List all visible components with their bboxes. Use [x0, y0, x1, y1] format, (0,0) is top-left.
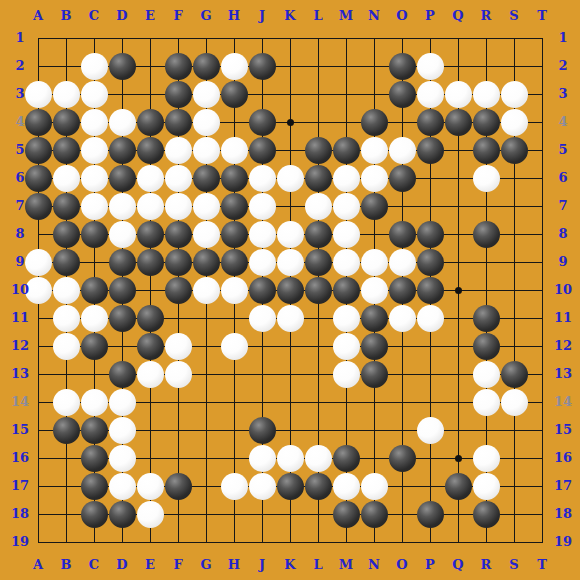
black-stone-e4: ● — [137, 109, 164, 136]
black-stone-p4: ● — [417, 109, 444, 136]
black-stone-r18: ● — [473, 501, 500, 528]
white-stone-p15: ○ — [417, 417, 444, 444]
black-stone-b9: ● — [53, 249, 80, 276]
col-label-top-s: S — [500, 8, 528, 24]
black-stone-o10: ● — [389, 277, 416, 304]
black-stone-g9: ● — [193, 249, 220, 276]
row-label-right-18: 18 — [550, 506, 576, 522]
white-stone-h17: ○ — [221, 473, 248, 500]
black-stone-l17: ● — [305, 473, 332, 500]
black-stone-n12: ● — [361, 333, 388, 360]
black-stone-h3: ● — [221, 81, 248, 108]
black-stone-e11: ● — [137, 305, 164, 332]
col-label-top-p: P — [416, 8, 444, 24]
col-label-bottom-l: L — [304, 557, 332, 573]
white-stone-o9: ○ — [389, 249, 416, 276]
go-board-screenshot: ○●●●○●●○○○○●○●●○○○○●●○○●●○●●●●●○●●○●●○○○… — [0, 0, 580, 580]
row-label-left-16: 16 — [7, 450, 33, 466]
black-stone-p18: ● — [417, 501, 444, 528]
white-stone-l7: ○ — [305, 193, 332, 220]
white-stone-m9: ○ — [333, 249, 360, 276]
black-stone-h7: ● — [221, 193, 248, 220]
col-label-top-b: B — [52, 8, 80, 24]
black-stone-d10: ● — [109, 277, 136, 304]
white-stone-d15: ○ — [109, 417, 136, 444]
col-label-bottom-r: R — [472, 557, 500, 573]
row-label-left-7: 7 — [7, 198, 33, 214]
white-stone-n10: ○ — [361, 277, 388, 304]
row-label-left-18: 18 — [7, 506, 33, 522]
col-label-top-e: E — [136, 8, 164, 24]
row-label-left-14: 14 — [7, 394, 33, 410]
white-stone-c11: ○ — [81, 305, 108, 332]
black-stone-f3: ● — [165, 81, 192, 108]
col-label-top-d: D — [108, 8, 136, 24]
black-stone-f4: ● — [165, 109, 192, 136]
black-stone-f17: ● — [165, 473, 192, 500]
black-stone-p9: ● — [417, 249, 444, 276]
black-stone-m18: ● — [333, 501, 360, 528]
black-stone-c18: ● — [81, 501, 108, 528]
black-stone-c17: ● — [81, 473, 108, 500]
col-label-top-h: H — [220, 8, 248, 24]
white-stone-b12: ○ — [53, 333, 80, 360]
white-stone-j8: ○ — [249, 221, 276, 248]
black-stone-n7: ● — [361, 193, 388, 220]
row-label-right-6: 6 — [550, 170, 576, 186]
white-stone-e7: ○ — [137, 193, 164, 220]
col-label-bottom-o: O — [388, 557, 416, 573]
black-stone-n11: ● — [361, 305, 388, 332]
star-point-q16 — [455, 455, 462, 462]
black-stone-h9: ● — [221, 249, 248, 276]
black-stone-b7: ● — [53, 193, 80, 220]
white-stone-b3: ○ — [53, 81, 80, 108]
row-label-left-5: 5 — [7, 142, 33, 158]
black-stone-l6: ● — [305, 165, 332, 192]
row-label-left-1: 1 — [7, 30, 33, 46]
col-label-top-k: K — [276, 8, 304, 24]
row-label-right-13: 13 — [550, 366, 576, 382]
white-stone-g7: ○ — [193, 193, 220, 220]
row-label-right-12: 12 — [550, 338, 576, 354]
black-stone-e5: ● — [137, 137, 164, 164]
black-stone-p5: ● — [417, 137, 444, 164]
col-label-bottom-p: P — [416, 557, 444, 573]
white-stone-j17: ○ — [249, 473, 276, 500]
col-label-bottom-a: A — [24, 557, 52, 573]
row-label-left-12: 12 — [7, 338, 33, 354]
col-label-bottom-f: F — [164, 557, 192, 573]
white-stone-p11: ○ — [417, 305, 444, 332]
white-stone-e17: ○ — [137, 473, 164, 500]
row-label-right-16: 16 — [550, 450, 576, 466]
black-stone-n13: ● — [361, 361, 388, 388]
white-stone-k11: ○ — [277, 305, 304, 332]
row-label-right-11: 11 — [550, 310, 576, 326]
star-point-k4 — [287, 119, 294, 126]
white-stone-r3: ○ — [473, 81, 500, 108]
col-label-top-a: A — [24, 8, 52, 24]
black-stone-k10: ● — [277, 277, 304, 304]
col-label-bottom-j: J — [248, 557, 276, 573]
black-stone-q4: ● — [445, 109, 472, 136]
black-stone-j10: ● — [249, 277, 276, 304]
white-stone-j11: ○ — [249, 305, 276, 332]
black-stone-s13: ● — [501, 361, 528, 388]
black-stone-h8: ● — [221, 221, 248, 248]
row-label-right-2: 2 — [550, 58, 576, 74]
black-stone-b5: ● — [53, 137, 80, 164]
black-stone-f9: ● — [165, 249, 192, 276]
white-stone-m13: ○ — [333, 361, 360, 388]
row-label-left-15: 15 — [7, 422, 33, 438]
white-stone-d4: ○ — [109, 109, 136, 136]
black-stone-p10: ● — [417, 277, 444, 304]
col-label-top-c: C — [80, 8, 108, 24]
white-stone-m12: ○ — [333, 333, 360, 360]
col-label-bottom-c: C — [80, 557, 108, 573]
col-label-top-r: R — [472, 8, 500, 24]
col-label-top-f: F — [164, 8, 192, 24]
row-label-left-3: 3 — [7, 86, 33, 102]
col-label-bottom-e: E — [136, 557, 164, 573]
black-stone-d9: ● — [109, 249, 136, 276]
black-stone-g6: ● — [193, 165, 220, 192]
black-stone-m16: ● — [333, 445, 360, 472]
black-stone-l8: ● — [305, 221, 332, 248]
white-stone-p3: ○ — [417, 81, 444, 108]
col-label-top-n: N — [360, 8, 388, 24]
white-stone-m17: ○ — [333, 473, 360, 500]
white-stone-g4: ○ — [193, 109, 220, 136]
col-label-top-j: J — [248, 8, 276, 24]
white-stone-k8: ○ — [277, 221, 304, 248]
black-stone-b8: ● — [53, 221, 80, 248]
black-stone-j2: ● — [249, 53, 276, 80]
col-label-bottom-k: K — [276, 557, 304, 573]
white-stone-e6: ○ — [137, 165, 164, 192]
black-stone-c16: ● — [81, 445, 108, 472]
black-stone-k17: ● — [277, 473, 304, 500]
black-stone-e12: ● — [137, 333, 164, 360]
row-label-left-9: 9 — [7, 254, 33, 270]
black-stone-l5: ● — [305, 137, 332, 164]
white-stone-h5: ○ — [221, 137, 248, 164]
black-stone-r5: ● — [473, 137, 500, 164]
black-stone-e9: ● — [137, 249, 164, 276]
row-label-right-8: 8 — [550, 226, 576, 242]
row-label-right-17: 17 — [550, 478, 576, 494]
white-stone-b11: ○ — [53, 305, 80, 332]
col-label-bottom-s: S — [500, 557, 528, 573]
row-label-left-19: 19 — [7, 534, 33, 550]
white-stone-n5: ○ — [361, 137, 388, 164]
black-stone-r12: ● — [473, 333, 500, 360]
white-stone-d7: ○ — [109, 193, 136, 220]
col-label-bottom-d: D — [108, 557, 136, 573]
white-stone-f6: ○ — [165, 165, 192, 192]
row-label-left-11: 11 — [7, 310, 33, 326]
white-stone-e18: ○ — [137, 501, 164, 528]
white-stone-s14: ○ — [501, 389, 528, 416]
black-stone-o6: ● — [389, 165, 416, 192]
black-stone-r4: ● — [473, 109, 500, 136]
black-stone-q17: ● — [445, 473, 472, 500]
row-label-left-6: 6 — [7, 170, 33, 186]
white-stone-k6: ○ — [277, 165, 304, 192]
black-stone-l10: ● — [305, 277, 332, 304]
black-stone-b15: ● — [53, 417, 80, 444]
row-label-right-15: 15 — [550, 422, 576, 438]
star-point-q10 — [455, 287, 462, 294]
white-stone-e13: ○ — [137, 361, 164, 388]
white-stone-l16: ○ — [305, 445, 332, 472]
row-label-right-19: 19 — [550, 534, 576, 550]
white-stone-c6: ○ — [81, 165, 108, 192]
white-stone-h12: ○ — [221, 333, 248, 360]
white-stone-g10: ○ — [193, 277, 220, 304]
col-label-top-l: L — [304, 8, 332, 24]
white-stone-o5: ○ — [389, 137, 416, 164]
black-stone-o2: ● — [389, 53, 416, 80]
white-stone-o11: ○ — [389, 305, 416, 332]
white-stone-j7: ○ — [249, 193, 276, 220]
row-label-right-7: 7 — [550, 198, 576, 214]
white-stone-c3: ○ — [81, 81, 108, 108]
col-label-bottom-h: H — [220, 557, 248, 573]
white-stone-c5: ○ — [81, 137, 108, 164]
white-stone-r13: ○ — [473, 361, 500, 388]
black-stone-f10: ● — [165, 277, 192, 304]
row-label-left-8: 8 — [7, 226, 33, 242]
black-stone-e8: ● — [137, 221, 164, 248]
white-stone-d16: ○ — [109, 445, 136, 472]
white-stone-n17: ○ — [361, 473, 388, 500]
white-stone-j9: ○ — [249, 249, 276, 276]
black-stone-h6: ● — [221, 165, 248, 192]
white-stone-d14: ○ — [109, 389, 136, 416]
white-stone-r6: ○ — [473, 165, 500, 192]
white-stone-b14: ○ — [53, 389, 80, 416]
col-label-bottom-g: G — [192, 557, 220, 573]
black-stone-c12: ● — [81, 333, 108, 360]
white-stone-f13: ○ — [165, 361, 192, 388]
white-stone-m6: ○ — [333, 165, 360, 192]
black-stone-d18: ● — [109, 501, 136, 528]
white-stone-n6: ○ — [361, 165, 388, 192]
black-stone-m5: ● — [333, 137, 360, 164]
row-label-right-10: 10 — [550, 282, 576, 298]
white-stone-j6: ○ — [249, 165, 276, 192]
col-label-top-t: T — [528, 8, 556, 24]
col-label-bottom-m: M — [332, 557, 360, 573]
black-stone-m10: ● — [333, 277, 360, 304]
black-stone-o16: ● — [389, 445, 416, 472]
white-stone-g3: ○ — [193, 81, 220, 108]
col-label-bottom-q: Q — [444, 557, 472, 573]
black-stone-d2: ● — [109, 53, 136, 80]
black-stone-o8: ● — [389, 221, 416, 248]
black-stone-b4: ● — [53, 109, 80, 136]
row-label-right-14: 14 — [550, 394, 576, 410]
white-stone-c7: ○ — [81, 193, 108, 220]
black-stone-p8: ● — [417, 221, 444, 248]
white-stone-h10: ○ — [221, 277, 248, 304]
white-stone-k16: ○ — [277, 445, 304, 472]
col-label-top-q: Q — [444, 8, 472, 24]
black-stone-f2: ● — [165, 53, 192, 80]
row-label-left-17: 17 — [7, 478, 33, 494]
black-stone-f8: ● — [165, 221, 192, 248]
black-stone-j5: ● — [249, 137, 276, 164]
white-stone-k9: ○ — [277, 249, 304, 276]
white-stone-c14: ○ — [81, 389, 108, 416]
white-stone-q3: ○ — [445, 81, 472, 108]
white-stone-m8: ○ — [333, 221, 360, 248]
black-stone-s5: ● — [501, 137, 528, 164]
white-stone-s4: ○ — [501, 109, 528, 136]
white-stone-f7: ○ — [165, 193, 192, 220]
white-stone-d8: ○ — [109, 221, 136, 248]
white-stone-s3: ○ — [501, 81, 528, 108]
white-stone-f12: ○ — [165, 333, 192, 360]
black-stone-o3: ● — [389, 81, 416, 108]
col-label-bottom-n: N — [360, 557, 388, 573]
row-label-left-4: 4 — [7, 114, 33, 130]
col-label-top-o: O — [388, 8, 416, 24]
row-label-right-5: 5 — [550, 142, 576, 158]
white-stone-f5: ○ — [165, 137, 192, 164]
black-stone-d11: ● — [109, 305, 136, 332]
row-label-left-13: 13 — [7, 366, 33, 382]
black-stone-n4: ● — [361, 109, 388, 136]
row-label-left-2: 2 — [7, 58, 33, 74]
white-stone-n9: ○ — [361, 249, 388, 276]
white-stone-c4: ○ — [81, 109, 108, 136]
white-stone-j16: ○ — [249, 445, 276, 472]
black-stone-c8: ● — [81, 221, 108, 248]
white-stone-h2: ○ — [221, 53, 248, 80]
col-label-bottom-t: T — [528, 557, 556, 573]
row-label-right-1: 1 — [550, 30, 576, 46]
white-stone-r16: ○ — [473, 445, 500, 472]
white-stone-c2: ○ — [81, 53, 108, 80]
black-stone-c15: ● — [81, 417, 108, 444]
white-stone-g5: ○ — [193, 137, 220, 164]
white-stone-b10: ○ — [53, 277, 80, 304]
white-stone-g8: ○ — [193, 221, 220, 248]
white-stone-r17: ○ — [473, 473, 500, 500]
black-stone-j4: ● — [249, 109, 276, 136]
black-stone-n18: ● — [361, 501, 388, 528]
white-stone-p2: ○ — [417, 53, 444, 80]
col-label-top-m: M — [332, 8, 360, 24]
black-stone-j15: ● — [249, 417, 276, 444]
black-stone-d5: ● — [109, 137, 136, 164]
white-stone-b6: ○ — [53, 165, 80, 192]
black-stone-r8: ● — [473, 221, 500, 248]
black-stone-d13: ● — [109, 361, 136, 388]
white-stone-m11: ○ — [333, 305, 360, 332]
white-stone-r14: ○ — [473, 389, 500, 416]
row-label-right-9: 9 — [550, 254, 576, 270]
row-label-right-3: 3 — [550, 86, 576, 102]
black-stone-c10: ● — [81, 277, 108, 304]
black-stone-l9: ● — [305, 249, 332, 276]
col-label-bottom-b: B — [52, 557, 80, 573]
black-stone-g2: ● — [193, 53, 220, 80]
black-stone-r11: ● — [473, 305, 500, 332]
black-stone-d6: ● — [109, 165, 136, 192]
white-stone-d17: ○ — [109, 473, 136, 500]
row-label-left-10: 10 — [7, 282, 33, 298]
row-label-right-4: 4 — [550, 114, 576, 130]
white-stone-m7: ○ — [333, 193, 360, 220]
col-label-top-g: G — [192, 8, 220, 24]
